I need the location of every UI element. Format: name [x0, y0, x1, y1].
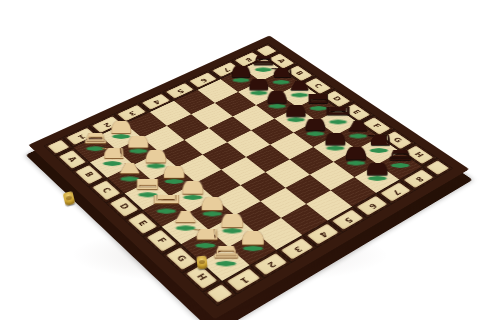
coordinate-text: B: [294, 70, 304, 76]
chess-board: ABCDEFGH8877665544332211ABCDEFGH ♜♞♝♛♚♝♞…: [28, 36, 469, 320]
coordinate-text: 6: [198, 77, 208, 83]
coordinate-text: 5: [175, 88, 185, 94]
coordinate-text: F: [371, 123, 381, 129]
white-rook-icon: ♜: [207, 218, 244, 265]
black-pawn-icon: ♟: [362, 141, 392, 180]
coordinate-text: 8: [243, 57, 252, 63]
coordinate-text: 7: [221, 67, 231, 73]
coordinate-text: 4: [151, 99, 161, 105]
piece-white-rook-h1: ♜: [208, 246, 242, 280]
coordinate-text: E: [351, 109, 361, 115]
coordinate-text: D: [331, 96, 342, 102]
board-pieces: ♜♞♝♛♚♝♞♜♟♟♟♟♟♟♟♟♟♟♟♟♟♟♟♟♜♞♝♛♚♝♞♜: [28, 36, 469, 320]
coordinate-text: 1: [76, 133, 86, 140]
coordinate-text: C: [313, 83, 323, 89]
piece-black-pawn-h7: ♟: [361, 163, 393, 195]
chess-set-scene: ABCDEFGH8877665544332211ABCDEFGH ♜♞♝♛♚♝♞…: [0, 0, 480, 320]
brass-clasp-front-icon: [196, 256, 207, 270]
coordinate-text: A: [276, 58, 286, 64]
